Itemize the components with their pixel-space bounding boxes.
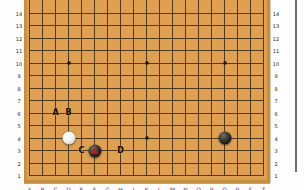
row-label-right: 2	[274, 161, 277, 166]
col-label-clipped: R	[235, 187, 239, 190]
stone-black-marked[interactable]	[88, 144, 101, 157]
row-label-left: 6	[17, 111, 20, 116]
row-label-right: 4	[274, 136, 277, 141]
col-label-clipped: F	[93, 187, 96, 190]
row-label-right: 14	[273, 11, 279, 16]
stone-black[interactable]	[218, 132, 231, 145]
go-board-viewport: ABCD 11223344556677889910101111121213131…	[0, 0, 304, 190]
row-label-left: 4	[17, 136, 20, 141]
goban[interactable]	[24, 0, 270, 183]
row-label-left: 7	[17, 99, 20, 104]
row-label-left: 13	[16, 24, 22, 29]
col-label-clipped: A	[27, 187, 31, 190]
row-label-right: 3	[274, 149, 277, 154]
row-label-left: 9	[17, 74, 20, 79]
row-label-right: 10	[273, 61, 279, 66]
col-label-clipped: L	[158, 187, 161, 190]
row-label-left: 10	[16, 61, 22, 66]
row-label-left: 11	[16, 49, 22, 54]
row-label-right: 5	[274, 124, 277, 129]
row-label-left: 12	[16, 36, 22, 41]
col-label-clipped: C	[53, 187, 57, 190]
row-label-right: 6	[274, 111, 277, 116]
row-label-right: 1	[274, 174, 277, 179]
col-label-clipped: O	[196, 187, 201, 190]
triangle-marker-icon	[91, 147, 99, 153]
stone-white[interactable]	[62, 132, 75, 145]
row-label-right: 7	[274, 99, 277, 104]
col-label-clipped: M	[170, 187, 175, 190]
row-label-left: 14	[16, 11, 22, 16]
col-label-clipped: N	[183, 187, 188, 190]
move-label-B[interactable]: B	[65, 109, 71, 117]
row-label-right: 9	[274, 74, 277, 79]
window-divider-line	[295, 0, 297, 172]
col-label-clipped: E	[80, 187, 84, 190]
row-label-left: 5	[17, 124, 20, 129]
col-label-clipped: S	[249, 187, 253, 190]
col-label-clipped: B	[40, 187, 44, 190]
row-label-right: 12	[273, 36, 279, 41]
col-label-clipped: Q	[222, 187, 227, 190]
col-label-clipped: H	[118, 187, 123, 190]
move-label-A[interactable]: A	[52, 109, 58, 117]
col-label-clipped: J	[133, 187, 135, 190]
col-label-clipped: D	[66, 187, 71, 190]
row-label-left: 2	[17, 161, 20, 166]
row-label-left: 1	[17, 174, 20, 179]
row-label-right: 11	[273, 49, 279, 54]
row-label-left: 8	[17, 86, 20, 91]
row-label-right: 13	[273, 24, 279, 29]
col-label-clipped: T	[262, 187, 266, 190]
move-label-D[interactable]: D	[117, 147, 124, 155]
col-label-clipped: K	[145, 187, 149, 190]
row-label-right: 8	[274, 86, 277, 91]
col-label-clipped: G	[105, 187, 110, 190]
row-label-left: 3	[17, 149, 20, 154]
move-label-C[interactable]: C	[79, 147, 85, 155]
col-label-clipped: P	[210, 187, 214, 190]
